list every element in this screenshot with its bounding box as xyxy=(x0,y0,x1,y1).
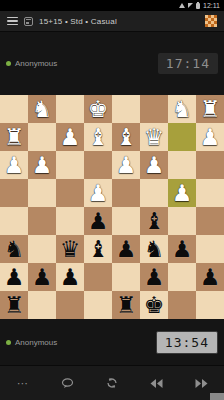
square-g5[interactable] xyxy=(28,207,56,235)
square-a5[interactable] xyxy=(196,207,224,235)
black-king: ♚ xyxy=(140,291,168,319)
wifi-icon xyxy=(179,3,185,8)
online-indicator xyxy=(6,61,11,66)
black-knight: ♞ xyxy=(0,235,28,263)
square-c3[interactable]: ♟ xyxy=(140,151,168,179)
black-pawn: ♟ xyxy=(140,263,168,291)
square-g3[interactable]: ♟ xyxy=(28,151,56,179)
square-c8[interactable]: ♚ xyxy=(140,291,168,319)
square-a2[interactable]: ♟ xyxy=(196,123,224,151)
top-player-clock: 17:14 xyxy=(158,53,218,74)
game-title: 15+15 • Std • Casual xyxy=(39,17,117,26)
status-bar: 12:11 xyxy=(0,0,224,11)
square-c1[interactable] xyxy=(140,95,168,123)
square-b1[interactable]: ♞ xyxy=(168,95,196,123)
fast-forward-icon xyxy=(195,379,208,388)
square-d4[interactable] xyxy=(112,179,140,207)
square-h6[interactable]: ♞ xyxy=(0,235,28,263)
white-pawn: ♟ xyxy=(112,151,140,179)
square-g8[interactable] xyxy=(28,291,56,319)
square-f1[interactable] xyxy=(56,95,84,123)
square-e7[interactable] xyxy=(84,263,112,291)
square-h5[interactable] xyxy=(0,207,28,235)
more-options-button[interactable]: ⋯ xyxy=(0,366,45,400)
game-toolbar: ⋯ xyxy=(0,365,224,400)
square-f2[interactable]: ♟ xyxy=(56,123,84,151)
white-pawn: ♟ xyxy=(84,179,112,207)
square-e3[interactable] xyxy=(84,151,112,179)
app-screen: 12:11 15+15 • Std • Casual Anonymous 17:… xyxy=(0,0,224,400)
square-b6[interactable]: ♟ xyxy=(168,235,196,263)
white-bishop: ♝ xyxy=(84,123,112,151)
black-pawn: ♟ xyxy=(196,263,224,291)
square-b3[interactable] xyxy=(168,151,196,179)
backward-button[interactable] xyxy=(134,366,179,400)
square-e6[interactable]: ♝ xyxy=(84,235,112,263)
square-c4[interactable] xyxy=(140,179,168,207)
board-menu-icon[interactable] xyxy=(205,15,217,27)
square-d2[interactable]: ♝ xyxy=(112,123,140,151)
square-b7[interactable] xyxy=(168,263,196,291)
square-f3[interactable] xyxy=(56,151,84,179)
bottom-player-clock: 13:54 xyxy=(156,331,218,354)
square-f4[interactable] xyxy=(56,179,84,207)
bottom-player-name: Anonymous xyxy=(15,338,57,347)
square-c5[interactable]: ♝ xyxy=(140,207,168,235)
top-player-bar: Anonymous 17:14 xyxy=(0,32,224,95)
square-a8[interactable] xyxy=(196,291,224,319)
square-f6[interactable]: ♛ xyxy=(56,235,84,263)
online-indicator xyxy=(6,340,11,345)
menu-hamburger-icon[interactable] xyxy=(7,17,18,26)
square-c6[interactable]: ♞ xyxy=(140,235,168,263)
black-pawn: ♟ xyxy=(56,263,84,291)
square-a4[interactable] xyxy=(196,179,224,207)
white-queen: ♛ xyxy=(140,123,168,151)
white-rook: ♜ xyxy=(196,95,224,123)
corner-highlight xyxy=(210,393,224,400)
black-pawn: ♟ xyxy=(0,263,28,291)
square-e1[interactable]: ♚ xyxy=(84,95,112,123)
top-player-name: Anonymous xyxy=(15,59,57,68)
square-f8[interactable] xyxy=(56,291,84,319)
bottom-player-bar: Anonymous 13:54 xyxy=(0,319,224,365)
square-g1[interactable]: ♞ xyxy=(28,95,56,123)
chat-bubble-icon xyxy=(61,378,74,389)
white-rook: ♜ xyxy=(0,123,28,151)
square-d8[interactable]: ♜ xyxy=(112,291,140,319)
flip-board-button[interactable] xyxy=(90,366,135,400)
square-g4[interactable] xyxy=(28,179,56,207)
square-h7[interactable]: ♟ xyxy=(0,263,28,291)
square-b5[interactable] xyxy=(168,207,196,235)
square-e8[interactable] xyxy=(84,291,112,319)
fast-backward-icon xyxy=(150,379,163,388)
white-knight: ♞ xyxy=(168,95,196,123)
square-e4[interactable]: ♟ xyxy=(84,179,112,207)
black-pawn: ♟ xyxy=(28,263,56,291)
square-h8[interactable]: ♜ xyxy=(0,291,28,319)
white-king: ♚ xyxy=(84,95,112,123)
square-d5[interactable] xyxy=(112,207,140,235)
black-queen: ♛ xyxy=(56,235,84,263)
square-a3[interactable] xyxy=(196,151,224,179)
white-pawn: ♟ xyxy=(56,123,84,151)
black-rook: ♜ xyxy=(112,291,140,319)
refresh-arrows-icon xyxy=(106,377,118,389)
signal-icon xyxy=(188,3,193,8)
square-d1[interactable] xyxy=(112,95,140,123)
square-f7[interactable]: ♟ xyxy=(56,263,84,291)
white-pawn: ♟ xyxy=(0,151,28,179)
square-a1[interactable]: ♜ xyxy=(196,95,224,123)
square-e2[interactable]: ♝ xyxy=(84,123,112,151)
square-d3[interactable]: ♟ xyxy=(112,151,140,179)
black-bishop: ♝ xyxy=(140,207,168,235)
game-clock-icon xyxy=(24,17,33,26)
chess-board[interactable]: ♞♚♞♜♜♟♝♝♛♟♟♟♟♟♟♟♟♝♞♛♝♟♞♟♟♟♟♟♟♜♜♚ xyxy=(0,95,224,319)
square-h2[interactable]: ♜ xyxy=(0,123,28,151)
black-bishop: ♝ xyxy=(84,235,112,263)
white-knight: ♞ xyxy=(28,95,56,123)
square-g2[interactable] xyxy=(28,123,56,151)
chat-button[interactable] xyxy=(45,366,90,400)
ellipsis-icon: ⋯ xyxy=(17,378,28,389)
square-d6[interactable]: ♟ xyxy=(112,235,140,263)
white-pawn: ♟ xyxy=(196,123,224,151)
square-c2[interactable]: ♛ xyxy=(140,123,168,151)
square-g6[interactable] xyxy=(28,235,56,263)
app-bar: 15+15 • Std • Casual xyxy=(0,11,224,32)
square-c7[interactable]: ♟ xyxy=(140,263,168,291)
status-time: 12:11 xyxy=(203,0,220,11)
square-h3[interactable]: ♟ xyxy=(0,151,28,179)
white-pawn: ♟ xyxy=(140,151,168,179)
square-e5[interactable]: ♟ xyxy=(84,207,112,235)
black-pawn: ♟ xyxy=(84,207,112,235)
battery-icon xyxy=(196,3,200,9)
square-b2[interactable] xyxy=(168,123,196,151)
square-f5[interactable] xyxy=(56,207,84,235)
white-pawn: ♟ xyxy=(168,179,196,207)
white-bishop: ♝ xyxy=(112,123,140,151)
square-d7[interactable] xyxy=(112,263,140,291)
black-pawn: ♟ xyxy=(112,235,140,263)
square-a6[interactable] xyxy=(196,235,224,263)
square-h4[interactable] xyxy=(0,179,28,207)
white-pawn: ♟ xyxy=(28,151,56,179)
black-pawn: ♟ xyxy=(168,235,196,263)
square-h1[interactable] xyxy=(0,95,28,123)
square-a7[interactable]: ♟ xyxy=(196,263,224,291)
black-rook: ♜ xyxy=(0,291,28,319)
square-g7[interactable]: ♟ xyxy=(28,263,56,291)
black-knight: ♞ xyxy=(140,235,168,263)
square-b8[interactable] xyxy=(168,291,196,319)
square-b4[interactable]: ♟ xyxy=(168,179,196,207)
